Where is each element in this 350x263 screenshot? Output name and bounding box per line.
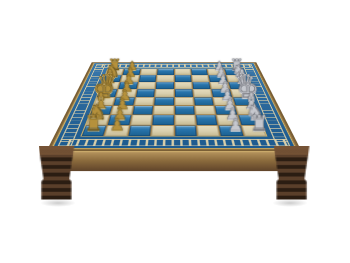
piece-gold-pawn[interactable]: ♟ xyxy=(105,109,129,133)
leg-shadow-left xyxy=(40,199,76,207)
piece-gold-rook[interactable]: ♜ xyxy=(82,109,106,133)
piece-silver-rook[interactable]: ♜ xyxy=(247,109,271,133)
leg-shadow-right xyxy=(272,199,308,207)
piece-silver-pawn[interactable]: ♟ xyxy=(224,109,248,133)
chess-set-photo: ♜♟♟♜♞♟♟♞♝♟♟♝♛♟♟♛♚♟♟♚♝♟♟♝♞♟♟♞♜♟♟♜ xyxy=(0,0,350,263)
board-leg-left xyxy=(39,146,75,200)
meander-band-bottom xyxy=(58,139,291,146)
board-top-face: ♜♟♟♜♞♟♟♞♝♟♟♝♛♟♟♛♚♟♟♚♝♟♟♝♞♟♟♞♜♟♟♜ xyxy=(46,62,301,151)
board-pieces: ♜♟♟♜♞♟♟♞♝♟♟♝♛♟♟♛♚♟♟♚♝♟♟♝♞♟♟♞♜♟♟♜ xyxy=(80,69,268,137)
board-front-edge xyxy=(45,151,303,171)
meander-band-top xyxy=(95,64,253,67)
board-leg-right xyxy=(274,146,310,200)
chess-board: ♜♟♟♜♞♟♟♞♝♟♟♝♛♟♟♛♚♟♟♚♝♟♟♝♞♟♟♞♜♟♟♜ xyxy=(46,62,301,151)
